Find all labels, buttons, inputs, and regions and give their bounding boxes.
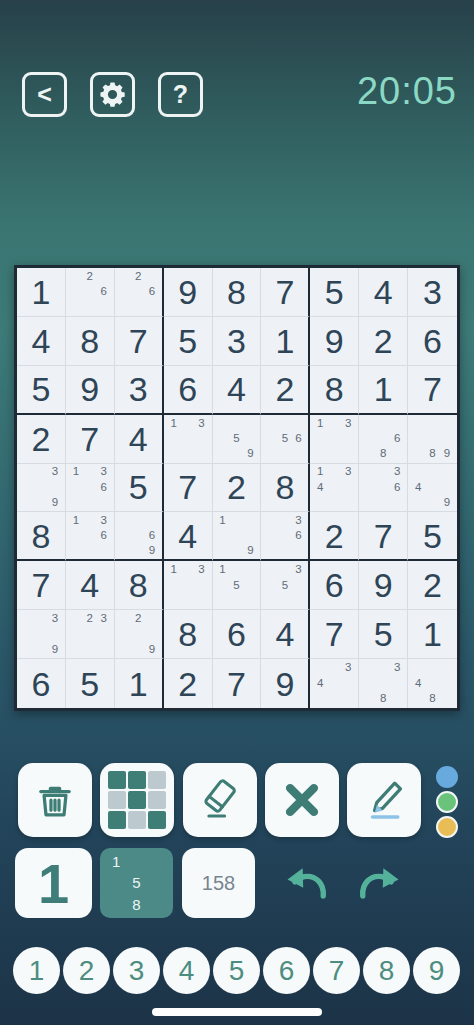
cell-r9c3[interactable]: 1 — [115, 659, 164, 708]
undo-icon — [281, 858, 333, 910]
cell-r9c7[interactable]: 34 — [310, 659, 359, 708]
cell-r9c9[interactable]: 48 — [408, 659, 457, 708]
cell-digit: 3 — [227, 324, 246, 358]
cell-r1c9[interactable]: 3 — [408, 268, 457, 317]
cell-r2c3[interactable]: 7 — [115, 317, 164, 366]
cell-r8c4[interactable]: 8 — [164, 610, 213, 659]
cell-r6c7[interactable]: 2 — [310, 512, 359, 561]
cell-r5c8[interactable]: 36 — [359, 464, 408, 513]
clear-cell-icon — [279, 777, 325, 823]
cell-r2c6[interactable]: 1 — [261, 317, 310, 366]
cell-r7c1[interactable]: 7 — [17, 561, 66, 610]
color-dot-green[interactable] — [436, 791, 458, 813]
cell-r8c6[interactable]: 4 — [261, 610, 310, 659]
cell-r6c5[interactable]: 19 — [213, 512, 262, 561]
eraser-icon — [197, 777, 243, 823]
cell-r6c3[interactable]: 69 — [115, 512, 164, 561]
cell-r1c1[interactable]: 1 — [17, 268, 66, 317]
cell-digit: 4 — [227, 372, 246, 406]
numpad-button-2[interactable]: 2 — [63, 947, 110, 994]
timer: 20:05 — [357, 70, 457, 113]
cell-r6c6[interactable]: 36 — [261, 512, 310, 561]
cell-r9c2[interactable]: 5 — [66, 659, 115, 708]
cell-r2c9[interactable]: 6 — [408, 317, 457, 366]
cell-r7c3[interactable]: 8 — [115, 561, 164, 610]
cell-digit: 7 — [423, 372, 442, 406]
cell-digit: 2 — [178, 667, 197, 701]
pencil-marks: 19 — [216, 513, 258, 558]
cell-digit: 8 — [227, 275, 246, 309]
cell-r2c7[interactable]: 9 — [310, 317, 359, 366]
cell-r8c9[interactable]: 1 — [408, 610, 457, 659]
cell-digit: 4 — [80, 568, 99, 602]
cell-digit: 1 — [374, 372, 393, 406]
cell-r7c7[interactable]: 6 — [310, 561, 359, 610]
cell-r3c1[interactable]: 5 — [17, 366, 66, 415]
pencil-marks: 38 — [362, 660, 404, 707]
cell-r4c5[interactable]: 59 — [213, 415, 262, 464]
cell-digit: 6 — [325, 568, 344, 602]
cell-digit: 7 — [275, 275, 294, 309]
cell-r4c4[interactable]: 13 — [164, 415, 213, 464]
numpad-button-5[interactable]: 5 — [213, 947, 260, 994]
cell-r1c5[interactable]: 8 — [213, 268, 262, 317]
cell-r5c2[interactable]: 136 — [66, 464, 115, 513]
undo-button[interactable] — [281, 858, 333, 910]
numpad-button-7[interactable]: 7 — [313, 947, 360, 994]
cell-digit: 6 — [178, 372, 197, 406]
cell-r3c8[interactable]: 1 — [359, 366, 408, 415]
cell-r3c4[interactable]: 6 — [164, 366, 213, 415]
pencil-marks: 34 — [313, 660, 355, 707]
cell-r4c8[interactable]: 68 — [359, 415, 408, 464]
pencil-marks: 89 — [411, 416, 454, 462]
counter-value: 158 — [202, 872, 235, 895]
cell-r1c4[interactable]: 9 — [164, 268, 213, 317]
cell-digit: 1 — [275, 324, 294, 358]
cell-digit: 1 — [423, 617, 442, 651]
pencil-marks: 13 — [167, 562, 209, 608]
cell-r3c6[interactable]: 2 — [261, 366, 310, 415]
cell-digit: 8 — [325, 372, 344, 406]
eraser-button[interactable] — [183, 763, 257, 837]
cell-r3c7[interactable]: 8 — [310, 366, 359, 415]
pencil-marks: 26 — [69, 269, 111, 315]
cell-digit: 7 — [178, 470, 197, 504]
cell-r8c5[interactable]: 6 — [213, 610, 262, 659]
cell-digit: 3 — [423, 275, 442, 309]
pencil-marks: 23 — [69, 611, 111, 657]
cell-digit: 9 — [178, 275, 197, 309]
pencil-marks: 48 — [411, 660, 454, 707]
cell-digit: 8 — [178, 617, 197, 651]
redo-icon — [353, 858, 405, 910]
number-pad: 123456789 — [13, 947, 460, 994]
cell-digit: 2 — [275, 372, 294, 406]
cell-digit: 4 — [178, 519, 197, 553]
cell-r7c5[interactable]: 15 — [213, 561, 262, 610]
cell-digit: 2 — [423, 568, 442, 602]
digit-one-label: 1 — [38, 851, 69, 916]
marker-icon — [361, 777, 407, 823]
cell-digit: 5 — [325, 275, 344, 309]
cell-digit: 8 — [31, 519, 50, 553]
cell-digit: 7 — [325, 617, 344, 651]
cell-r7c8[interactable]: 9 — [359, 561, 408, 610]
pencil-marks: 56 — [264, 416, 305, 462]
cell-r1c8[interactable]: 4 — [359, 268, 408, 317]
cell-r8c3[interactable]: 29 — [115, 610, 164, 659]
cell-r1c6[interactable]: 7 — [261, 268, 310, 317]
cell-digit: 5 — [80, 667, 99, 701]
pencil-marks: 49 — [411, 465, 454, 511]
cell-digit: 2 — [374, 324, 393, 358]
cell-r3c2[interactable]: 9 — [66, 366, 115, 415]
pencil-marks: 15 — [216, 562, 258, 608]
cell-digit: 4 — [275, 617, 294, 651]
cell-r9c5[interactable]: 7 — [213, 659, 262, 708]
cell-digit: 5 — [31, 372, 50, 406]
cell-r1c7[interactable]: 5 — [310, 268, 359, 317]
fill-pencil-marks-button[interactable] — [100, 763, 174, 837]
cell-digit: 9 — [325, 324, 344, 358]
cell-r9c6[interactable]: 9 — [261, 659, 310, 708]
back-icon: < — [37, 80, 52, 109]
cell-r8c7[interactable]: 7 — [310, 610, 359, 659]
cell-digit: 5 — [374, 617, 393, 651]
pencil-marks: 69 — [118, 513, 159, 558]
cell-r7c4[interactable]: 13 — [164, 561, 213, 610]
cell-digit: 5 — [423, 519, 442, 553]
cell-r4c7[interactable]: 13 — [310, 415, 359, 464]
cell-digit: 6 — [227, 617, 246, 651]
cell-r6c4[interactable]: 4 — [164, 512, 213, 561]
help-icon: ? — [173, 80, 188, 109]
cell-r5c5[interactable]: 2 — [213, 464, 262, 513]
cell-r2c4[interactable]: 5 — [164, 317, 213, 366]
back-button[interactable]: < — [22, 72, 67, 117]
cell-r1c2[interactable]: 26 — [66, 268, 115, 317]
clear-cell-button[interactable] — [265, 763, 339, 837]
help-button[interactable]: ? — [158, 72, 203, 117]
digit-one-big-button[interactable]: 1 — [15, 848, 92, 918]
pencil-marks: 13 — [167, 416, 209, 462]
cell-r5c1[interactable]: 39 — [17, 464, 66, 513]
numpad-button-4[interactable]: 4 — [163, 947, 210, 994]
cell-digit: 7 — [374, 519, 393, 553]
grid-fill-icon — [108, 771, 166, 829]
cell-digit: 9 — [374, 568, 393, 602]
cell-r3c3[interactable]: 3 — [115, 366, 164, 415]
cell-r7c2[interactable]: 4 — [66, 561, 115, 610]
cell-digit: 2 — [31, 422, 50, 456]
color-dot-yellow[interactable] — [436, 816, 458, 838]
cell-digit: 6 — [31, 667, 50, 701]
settings-button[interactable] — [90, 72, 135, 117]
cell-digit: 7 — [80, 422, 99, 456]
cell-r4c9[interactable]: 89 — [408, 415, 457, 464]
cell-digit: 7 — [227, 667, 246, 701]
cell-digit: 8 — [275, 470, 294, 504]
cell-digit: 8 — [80, 324, 99, 358]
cell-r5c7[interactable]: 134 — [310, 464, 359, 513]
cell-r9c8[interactable]: 38 — [359, 659, 408, 708]
cell-digit: 8 — [129, 568, 148, 602]
cell-r2c2[interactable]: 8 — [66, 317, 115, 366]
cell-r8c1[interactable]: 39 — [17, 610, 66, 659]
cell-digit: 1 — [31, 275, 50, 309]
cell-digit: 4 — [129, 422, 148, 456]
clear-board-button[interactable] — [18, 763, 92, 837]
cell-r4c1[interactable]: 2 — [17, 415, 66, 464]
pencil-mode-button[interactable] — [347, 763, 421, 837]
cell-digit: 4 — [374, 275, 393, 309]
cell-r9c1[interactable]: 6 — [17, 659, 66, 708]
pencil-marks: 39 — [20, 465, 62, 511]
cell-r2c5[interactable]: 3 — [213, 317, 262, 366]
cell-r8c8[interactable]: 5 — [359, 610, 408, 659]
cell-digit: 9 — [80, 372, 99, 406]
color-dot-blue[interactable] — [436, 766, 458, 788]
cell-digit: 9 — [275, 667, 294, 701]
pencil-marks: 36 — [362, 465, 404, 511]
cell-r7c9[interactable]: 2 — [408, 561, 457, 610]
cell-r3c9[interactable]: 7 — [408, 366, 457, 415]
cell-r7c6[interactable]: 35 — [261, 561, 310, 610]
cell-r8c2[interactable]: 23 — [66, 610, 115, 659]
cell-r1c3[interactable]: 26 — [115, 268, 164, 317]
numpad-button-6[interactable]: 6 — [263, 947, 310, 994]
pencil-marks: 136 — [69, 465, 111, 511]
cell-r2c8[interactable]: 2 — [359, 317, 408, 366]
pencil-marks: 13 — [313, 416, 355, 462]
cell-digit: 2 — [325, 519, 344, 553]
cell-r2c1[interactable]: 4 — [17, 317, 66, 366]
numpad-button-3[interactable]: 3 — [113, 947, 160, 994]
cell-r3c5[interactable]: 4 — [213, 366, 262, 415]
cell-r6c2[interactable]: 136 — [66, 512, 115, 561]
cell-r5c3[interactable]: 5 — [115, 464, 164, 513]
pencil-marks: 68 — [362, 416, 404, 462]
cell-r9c4[interactable]: 2 — [164, 659, 213, 708]
pencil-marks: 59 — [216, 416, 258, 462]
pencil-marks: 134 — [313, 465, 355, 511]
cell-digit: 2 — [227, 470, 246, 504]
numpad-button-9[interactable]: 9 — [413, 947, 460, 994]
sudoku-board: 1262698754348753192659364281727413595613… — [14, 265, 460, 711]
trash-icon — [32, 777, 78, 823]
numpad-button-1[interactable]: 1 — [13, 947, 60, 994]
pencil-marks: 39 — [20, 611, 62, 657]
cell-r5c6[interactable]: 8 — [261, 464, 310, 513]
redo-button[interactable] — [353, 858, 405, 910]
cell-digit: 7 — [129, 324, 148, 358]
pencil-marks: 29 — [118, 611, 159, 657]
gear-icon — [98, 80, 127, 109]
pencil-preview-marks: 158 — [106, 851, 167, 915]
cell-r4c6[interactable]: 56 — [261, 415, 310, 464]
cell-digit: 7 — [31, 568, 50, 602]
cell-digit: 5 — [178, 324, 197, 358]
cell-digit: 1 — [129, 667, 148, 701]
pencil-marks: 36 — [264, 513, 305, 558]
pencil-preview-cell[interactable]: 158 — [100, 848, 173, 918]
cell-r6c9[interactable]: 5 — [408, 512, 457, 561]
counter-cell[interactable]: 158 — [182, 848, 255, 918]
cell-r4c2[interactable]: 7 — [66, 415, 115, 464]
numpad-button-8[interactable]: 8 — [363, 947, 410, 994]
cell-digit: 6 — [423, 324, 442, 358]
cell-r5c9[interactable]: 49 — [408, 464, 457, 513]
cell-digit: 4 — [31, 324, 50, 358]
cell-r4c3[interactable]: 4 — [115, 415, 164, 464]
pencil-marks: 35 — [264, 562, 305, 608]
pencil-marks: 136 — [69, 513, 111, 558]
cell-r6c1[interactable]: 8 — [17, 512, 66, 561]
cell-digit: 5 — [129, 470, 148, 504]
cell-digit: 3 — [129, 372, 148, 406]
cell-r5c4[interactable]: 7 — [164, 464, 213, 513]
home-indicator — [152, 1008, 322, 1016]
pencil-marks: 26 — [118, 269, 159, 315]
cell-r6c8[interactable]: 7 — [359, 512, 408, 561]
